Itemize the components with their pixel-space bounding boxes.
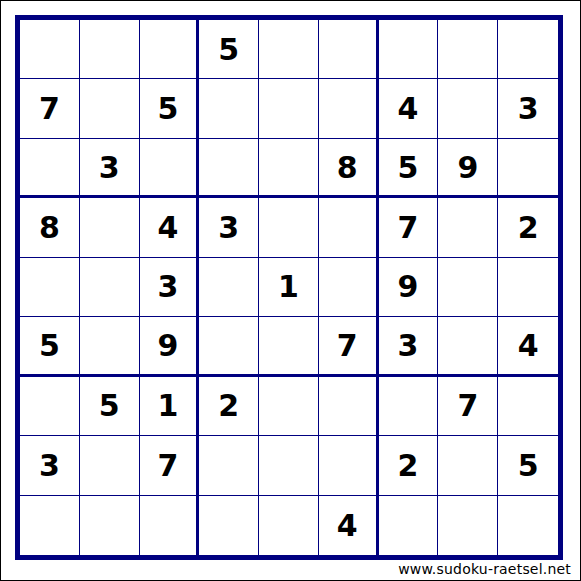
sudoku-cell[interactable] <box>438 436 498 495</box>
sudoku-cell[interactable] <box>140 139 200 198</box>
sudoku-cell[interactable] <box>259 377 319 436</box>
sudoku-cell[interactable] <box>20 258 80 317</box>
sudoku-cell: 3 <box>20 436 80 495</box>
given-digit: 3 <box>218 210 239 245</box>
given-digit: 4 <box>398 91 419 126</box>
sudoku-cell[interactable] <box>259 139 319 198</box>
sudoku-cell[interactable] <box>438 317 498 376</box>
given-digit: 7 <box>158 448 179 483</box>
sudoku-cell: 7 <box>379 198 439 257</box>
sudoku-cell: 4 <box>379 79 439 138</box>
sudoku-cell: 9 <box>379 258 439 317</box>
given-digit: 4 <box>518 328 539 363</box>
sudoku-cell: 5 <box>498 436 558 495</box>
sudoku-cell: 9 <box>140 317 200 376</box>
sudoku-cell[interactable] <box>199 496 259 555</box>
given-digit: 1 <box>278 269 299 304</box>
given-digit: 5 <box>518 448 539 483</box>
sudoku-cell[interactable] <box>438 496 498 555</box>
sudoku-cell[interactable] <box>498 377 558 436</box>
sudoku-cell[interactable] <box>80 198 140 257</box>
sudoku-cell: 3 <box>140 258 200 317</box>
sudoku-cell: 7 <box>20 79 80 138</box>
given-digit: 9 <box>398 269 419 304</box>
sudoku-cell[interactable] <box>259 317 319 376</box>
sudoku-cell[interactable] <box>20 496 80 555</box>
sudoku-cell[interactable] <box>379 377 439 436</box>
sudoku-cell[interactable] <box>319 20 379 79</box>
given-digit: 2 <box>218 388 239 423</box>
sudoku-cell: 4 <box>319 496 379 555</box>
sudoku-cell[interactable] <box>259 20 319 79</box>
given-digit: 7 <box>39 91 60 126</box>
given-digit: 7 <box>457 388 478 423</box>
given-digit: 9 <box>457 150 478 185</box>
sudoku-cell[interactable] <box>259 496 319 555</box>
given-digit: 2 <box>398 448 419 483</box>
sudoku-cell[interactable] <box>379 20 439 79</box>
sudoku-cell[interactable] <box>80 79 140 138</box>
sudoku-cell: 5 <box>80 377 140 436</box>
given-digit: 2 <box>518 210 539 245</box>
sudoku-cell: 5 <box>140 79 200 138</box>
sudoku-cell[interactable] <box>20 377 80 436</box>
given-digit: 3 <box>39 448 60 483</box>
sudoku-cell[interactable] <box>319 436 379 495</box>
sudoku-cell: 4 <box>140 198 200 257</box>
sudoku-cell: 2 <box>199 377 259 436</box>
sudoku-cell[interactable] <box>199 436 259 495</box>
sudoku-cell[interactable] <box>259 79 319 138</box>
sudoku-cell[interactable] <box>80 436 140 495</box>
sudoku-cell[interactable] <box>140 20 200 79</box>
sudoku-cell: 2 <box>379 436 439 495</box>
given-digit: 5 <box>39 328 60 363</box>
sudoku-cell[interactable] <box>140 496 200 555</box>
sudoku-cell: 1 <box>140 377 200 436</box>
sudoku-cell: 8 <box>20 198 80 257</box>
given-digit: 3 <box>99 150 120 185</box>
sudoku-cell: 5 <box>379 139 439 198</box>
sudoku-cell: 8 <box>319 139 379 198</box>
sudoku-board: 5754338598437231959734512737254 <box>15 15 563 560</box>
given-digit: 9 <box>158 328 179 363</box>
sudoku-cell[interactable] <box>80 258 140 317</box>
sudoku-cell[interactable] <box>20 20 80 79</box>
sudoku-cell: 7 <box>438 377 498 436</box>
sudoku-cell[interactable] <box>319 377 379 436</box>
sudoku-cell: 1 <box>259 258 319 317</box>
sudoku-cell[interactable] <box>259 198 319 257</box>
sudoku-cell[interactable] <box>498 139 558 198</box>
sudoku-cell[interactable] <box>80 496 140 555</box>
sudoku-cell[interactable] <box>319 198 379 257</box>
sudoku-cell[interactable] <box>498 496 558 555</box>
given-digit: 7 <box>398 210 419 245</box>
sudoku-cell[interactable] <box>438 198 498 257</box>
sudoku-cell: 3 <box>80 139 140 198</box>
given-digit: 1 <box>158 388 179 423</box>
given-digit: 8 <box>39 210 60 245</box>
sudoku-cell: 5 <box>199 20 259 79</box>
sudoku-cell: 3 <box>498 79 558 138</box>
sudoku-cell: 2 <box>498 198 558 257</box>
sudoku-cell[interactable] <box>319 258 379 317</box>
sudoku-cell: 7 <box>140 436 200 495</box>
sudoku-cell[interactable] <box>319 79 379 138</box>
sudoku-cell[interactable] <box>199 139 259 198</box>
given-digit: 5 <box>398 150 419 185</box>
sudoku-cell[interactable] <box>438 20 498 79</box>
sudoku-cell: 4 <box>498 317 558 376</box>
website-url: www.sudoku-raetsel.net <box>398 561 571 577</box>
given-digit: 8 <box>337 150 358 185</box>
given-digit: 5 <box>218 32 239 67</box>
sudoku-cell: 5 <box>20 317 80 376</box>
sudoku-cell[interactable] <box>80 317 140 376</box>
sudoku-cell[interactable] <box>199 258 259 317</box>
given-digit: 3 <box>518 91 539 126</box>
sudoku-cell: 7 <box>319 317 379 376</box>
sudoku-cell[interactable] <box>199 79 259 138</box>
given-digit: 5 <box>158 91 179 126</box>
sudoku-cell[interactable] <box>259 436 319 495</box>
sudoku-cell[interactable] <box>438 79 498 138</box>
given-digit: 4 <box>158 210 179 245</box>
sudoku-cell[interactable] <box>199 317 259 376</box>
sudoku-cell[interactable] <box>498 20 558 79</box>
sudoku-cell: 3 <box>379 317 439 376</box>
given-digit: 7 <box>337 328 358 363</box>
sudoku-cell[interactable] <box>20 139 80 198</box>
sudoku-cell: 3 <box>199 198 259 257</box>
given-digit: 5 <box>99 388 120 423</box>
sudoku-cell[interactable] <box>80 20 140 79</box>
sudoku-cell[interactable] <box>379 496 439 555</box>
sudoku-cell[interactable] <box>438 258 498 317</box>
given-digit: 4 <box>337 508 358 543</box>
given-digit: 3 <box>158 269 179 304</box>
sudoku-page: 5754338598437231959734512737254 www.sudo… <box>0 0 581 581</box>
sudoku-cell: 9 <box>438 139 498 198</box>
given-digit: 3 <box>398 328 419 363</box>
sudoku-cell[interactable] <box>498 258 558 317</box>
